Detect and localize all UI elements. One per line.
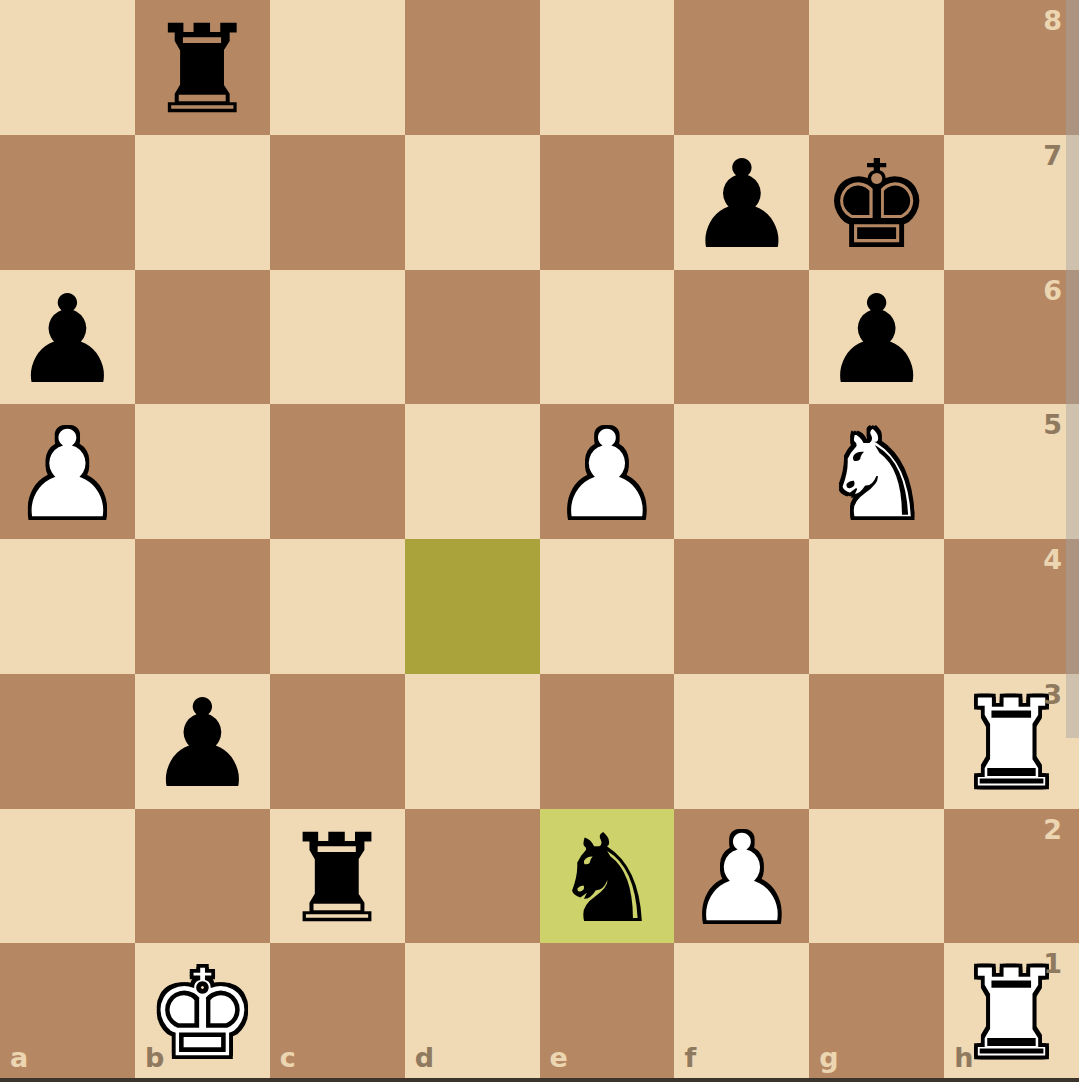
square-e8[interactable] [540,0,675,135]
square-b1[interactable]: ♚ [135,943,270,1078]
square-b2[interactable] [135,809,270,944]
square-d4[interactable] [405,539,540,674]
square-e5[interactable]: ♟ [540,404,675,539]
square-d3[interactable] [405,674,540,809]
square-h2[interactable] [944,809,1079,944]
square-g8[interactable] [809,0,944,135]
square-b3[interactable]: ♟ [135,674,270,809]
square-c1[interactable] [270,943,405,1078]
square-g5[interactable]: ♞ [809,404,944,539]
square-a4[interactable] [0,539,135,674]
square-h6[interactable] [944,270,1079,405]
square-e6[interactable] [540,270,675,405]
square-a5[interactable]: ♟ [0,404,135,539]
square-g4[interactable] [809,539,944,674]
square-g3[interactable] [809,674,944,809]
square-a6[interactable]: ♟ [0,270,135,405]
square-e2[interactable]: ♞ [540,809,675,944]
square-c8[interactable] [270,0,405,135]
square-e3[interactable] [540,674,675,809]
square-b5[interactable] [135,404,270,539]
white-pawn[interactable]: ♟ [552,414,661,536]
square-a8[interactable] [0,0,135,135]
white-king[interactable]: ♚ [148,953,257,1075]
square-f8[interactable] [674,0,809,135]
square-f4[interactable] [674,539,809,674]
square-h3[interactable]: ♜ [944,674,1079,809]
square-d8[interactable] [405,0,540,135]
square-c5[interactable] [270,404,405,539]
scrollbar-thumb[interactable] [1066,0,1079,738]
square-d2[interactable] [405,809,540,944]
black-pawn[interactable]: ♟ [148,683,257,805]
square-f1[interactable] [674,943,809,1078]
square-g1[interactable] [809,943,944,1078]
black-pawn[interactable]: ♟ [822,279,931,401]
square-h7[interactable] [944,135,1079,270]
square-h4[interactable] [944,539,1079,674]
square-f5[interactable] [674,404,809,539]
square-a7[interactable] [0,135,135,270]
square-f7[interactable]: ♟ [674,135,809,270]
square-h1[interactable]: ♜ [944,943,1079,1078]
square-g6[interactable]: ♟ [809,270,944,405]
square-g7[interactable]: ♚ [809,135,944,270]
white-rook[interactable]: ♜ [957,953,1066,1075]
black-pawn[interactable]: ♟ [13,279,122,401]
chess-app-stage: ♜♟♚♟♟♟♟♞♟♜♜♞♟♚♜ abcdefgh87654321 [0,0,1079,1082]
square-b8[interactable]: ♜ [135,0,270,135]
white-knight[interactable]: ♞ [822,414,931,536]
black-king[interactable]: ♚ [822,144,931,266]
square-a2[interactable] [0,809,135,944]
square-e4[interactable] [540,539,675,674]
square-h8[interactable] [944,0,1079,135]
black-rook[interactable]: ♜ [148,9,257,131]
square-d6[interactable] [405,270,540,405]
square-c4[interactable] [270,539,405,674]
square-g2[interactable] [809,809,944,944]
square-f2[interactable]: ♟ [674,809,809,944]
chess-board: ♜♟♚♟♟♟♟♞♟♜♜♞♟♚♜ [0,0,1079,1078]
square-h5[interactable] [944,404,1079,539]
white-rook[interactable]: ♜ [957,683,1066,805]
square-c3[interactable] [270,674,405,809]
square-d5[interactable] [405,404,540,539]
black-knight[interactable]: ♞ [552,818,661,940]
white-pawn[interactable]: ♟ [687,818,796,940]
white-pawn[interactable]: ♟ [13,414,122,536]
square-a3[interactable] [0,674,135,809]
square-c7[interactable] [270,135,405,270]
square-d1[interactable] [405,943,540,1078]
square-b6[interactable] [135,270,270,405]
square-b7[interactable] [135,135,270,270]
square-b4[interactable] [135,539,270,674]
square-c2[interactable]: ♜ [270,809,405,944]
black-pawn[interactable]: ♟ [687,144,796,266]
square-d7[interactable] [405,135,540,270]
square-e1[interactable] [540,943,675,1078]
square-c6[interactable] [270,270,405,405]
bottom-bar [0,1078,1079,1082]
square-f6[interactable] [674,270,809,405]
black-rook[interactable]: ♜ [283,818,392,940]
square-a1[interactable] [0,943,135,1078]
square-f3[interactable] [674,674,809,809]
square-e7[interactable] [540,135,675,270]
